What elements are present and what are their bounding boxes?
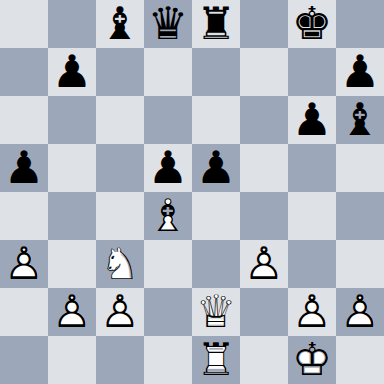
square-b6[interactable] xyxy=(48,96,96,144)
square-d6[interactable] xyxy=(144,96,192,144)
square-h8[interactable] xyxy=(336,0,384,48)
white-pawn-icon: ♙ xyxy=(96,288,144,336)
black-pawn-icon: ♟ xyxy=(144,144,192,192)
square-a5[interactable]: ♟ xyxy=(0,144,48,192)
white-bishop[interactable]: ♝♗ xyxy=(144,192,192,240)
square-c7[interactable] xyxy=(96,48,144,96)
white-pawn-icon: ♙ xyxy=(48,288,96,336)
square-e6[interactable] xyxy=(192,96,240,144)
white-knight[interactable]: ♞♘ xyxy=(96,240,144,288)
square-c3[interactable]: ♞♘ xyxy=(96,240,144,288)
black-pawn-icon: ♟ xyxy=(48,48,96,96)
square-a7[interactable] xyxy=(0,48,48,96)
white-rook-icon: ♖ xyxy=(192,336,240,384)
square-e8[interactable]: ♜ xyxy=(192,0,240,48)
square-g4[interactable] xyxy=(288,192,336,240)
square-a3[interactable]: ♟♙ xyxy=(0,240,48,288)
square-d8[interactable]: ♛ xyxy=(144,0,192,48)
square-h6[interactable]: ♝ xyxy=(336,96,384,144)
square-c1[interactable] xyxy=(96,336,144,384)
white-queen-icon: ♕ xyxy=(192,288,240,336)
square-h4[interactable] xyxy=(336,192,384,240)
square-a1[interactable] xyxy=(0,336,48,384)
square-c5[interactable] xyxy=(96,144,144,192)
square-c2[interactable]: ♟♙ xyxy=(96,288,144,336)
white-pawn-icon: ♙ xyxy=(288,288,336,336)
white-pawn[interactable]: ♟♙ xyxy=(288,288,336,336)
white-pawn[interactable]: ♟♙ xyxy=(96,288,144,336)
square-f7[interactable] xyxy=(240,48,288,96)
white-knight-icon: ♘ xyxy=(96,240,144,288)
square-d2[interactable] xyxy=(144,288,192,336)
black-pawn-icon: ♟ xyxy=(288,96,336,144)
black-pawn-icon: ♟ xyxy=(0,144,48,192)
square-b4[interactable] xyxy=(48,192,96,240)
square-h2[interactable]: ♟♙ xyxy=(336,288,384,336)
square-h7[interactable]: ♟ xyxy=(336,48,384,96)
square-e2[interactable]: ♛♕ xyxy=(192,288,240,336)
white-pawn[interactable]: ♟♙ xyxy=(48,288,96,336)
square-b1[interactable] xyxy=(48,336,96,384)
black-bishop[interactable]: ♝ xyxy=(96,0,144,48)
black-bishop-icon: ♝ xyxy=(336,96,384,144)
square-b2[interactable]: ♟♙ xyxy=(48,288,96,336)
square-g2[interactable]: ♟♙ xyxy=(288,288,336,336)
black-pawn[interactable]: ♟ xyxy=(48,48,96,96)
square-e4[interactable] xyxy=(192,192,240,240)
square-f3[interactable]: ♟♙ xyxy=(240,240,288,288)
square-g6[interactable]: ♟ xyxy=(288,96,336,144)
square-b5[interactable] xyxy=(48,144,96,192)
white-queen[interactable]: ♛♕ xyxy=(192,288,240,336)
white-pawn-icon: ♙ xyxy=(336,288,384,336)
square-h5[interactable] xyxy=(336,144,384,192)
square-b8[interactable] xyxy=(48,0,96,48)
square-c8[interactable]: ♝ xyxy=(96,0,144,48)
square-g5[interactable] xyxy=(288,144,336,192)
black-pawn[interactable]: ♟ xyxy=(144,144,192,192)
square-c6[interactable] xyxy=(96,96,144,144)
black-rook-icon: ♜ xyxy=(192,0,240,48)
black-king[interactable]: ♚ xyxy=(288,0,336,48)
square-d4[interactable]: ♝♗ xyxy=(144,192,192,240)
black-queen-icon: ♛ xyxy=(144,0,192,48)
white-king-icon: ♔ xyxy=(288,336,336,384)
square-g1[interactable]: ♚♔ xyxy=(288,336,336,384)
square-a6[interactable] xyxy=(0,96,48,144)
black-rook[interactable]: ♜ xyxy=(192,0,240,48)
square-d7[interactable] xyxy=(144,48,192,96)
square-g8[interactable]: ♚ xyxy=(288,0,336,48)
white-pawn-icon: ♙ xyxy=(0,240,48,288)
square-a4[interactable] xyxy=(0,192,48,240)
square-b3[interactable] xyxy=(48,240,96,288)
black-bishop[interactable]: ♝ xyxy=(336,96,384,144)
white-pawn[interactable]: ♟♙ xyxy=(240,240,288,288)
black-queen[interactable]: ♛ xyxy=(144,0,192,48)
black-bishop-icon: ♝ xyxy=(96,0,144,48)
black-pawn-icon: ♟ xyxy=(336,48,384,96)
square-c4[interactable] xyxy=(96,192,144,240)
white-bishop-icon: ♗ xyxy=(144,192,192,240)
square-d5[interactable]: ♟ xyxy=(144,144,192,192)
square-f5[interactable] xyxy=(240,144,288,192)
black-pawn[interactable]: ♟ xyxy=(288,96,336,144)
black-pawn[interactable]: ♟ xyxy=(336,48,384,96)
square-a2[interactable] xyxy=(0,288,48,336)
black-king-icon: ♚ xyxy=(288,0,336,48)
white-king[interactable]: ♚♔ xyxy=(288,336,336,384)
square-f6[interactable] xyxy=(240,96,288,144)
square-g3[interactable] xyxy=(288,240,336,288)
square-f4[interactable] xyxy=(240,192,288,240)
square-e7[interactable] xyxy=(192,48,240,96)
square-h3[interactable] xyxy=(336,240,384,288)
square-b7[interactable]: ♟ xyxy=(48,48,96,96)
black-pawn[interactable]: ♟ xyxy=(192,144,240,192)
chess-board: ♝♛♜♚♟♟♟♝♟♟♟♝♗♟♙♞♘♟♙♟♙♟♙♛♕♟♙♟♙♜♖♚♔ xyxy=(0,0,384,384)
white-pawn-icon: ♙ xyxy=(240,240,288,288)
square-d1[interactable] xyxy=(144,336,192,384)
black-pawn[interactable]: ♟ xyxy=(0,144,48,192)
square-a8[interactable] xyxy=(0,0,48,48)
black-pawn-icon: ♟ xyxy=(192,144,240,192)
square-e3[interactable] xyxy=(192,240,240,288)
square-f1[interactable] xyxy=(240,336,288,384)
white-pawn[interactable]: ♟♙ xyxy=(0,240,48,288)
square-f8[interactable] xyxy=(240,0,288,48)
square-d3[interactable] xyxy=(144,240,192,288)
square-e5[interactable]: ♟ xyxy=(192,144,240,192)
square-e1[interactable]: ♜♖ xyxy=(192,336,240,384)
white-pawn[interactable]: ♟♙ xyxy=(336,288,384,336)
square-g7[interactable] xyxy=(288,48,336,96)
white-rook[interactable]: ♜♖ xyxy=(192,336,240,384)
square-h1[interactable] xyxy=(336,336,384,384)
square-f2[interactable] xyxy=(240,288,288,336)
